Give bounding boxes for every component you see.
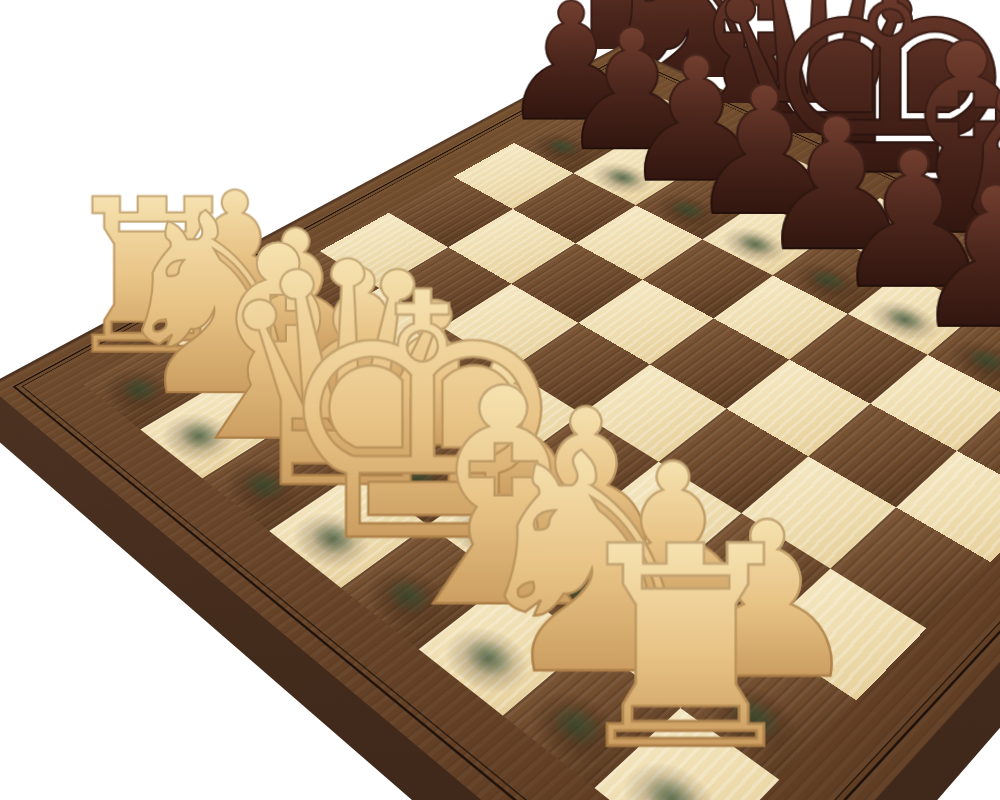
chess-board: ♜♞♝♛♚♝♞♜♟♟♟♟♟♟♟♟♟♟♟♟♟♟♟♟♜♞♝♛♚♝♞♜ — [0, 47, 1000, 800]
white-rook-h1: ♜ — [407, 513, 963, 786]
square-h1: ♜ — [595, 708, 780, 800]
black-pawn-h7: ♟ — [835, 201, 1000, 397]
chess-set-photo: ♜♞♝♛♚♝♞♜♟♟♟♟♟♟♟♟♟♟♟♟♟♟♟♟♜♞♝♛♚♝♞♜ — [0, 0, 1000, 800]
